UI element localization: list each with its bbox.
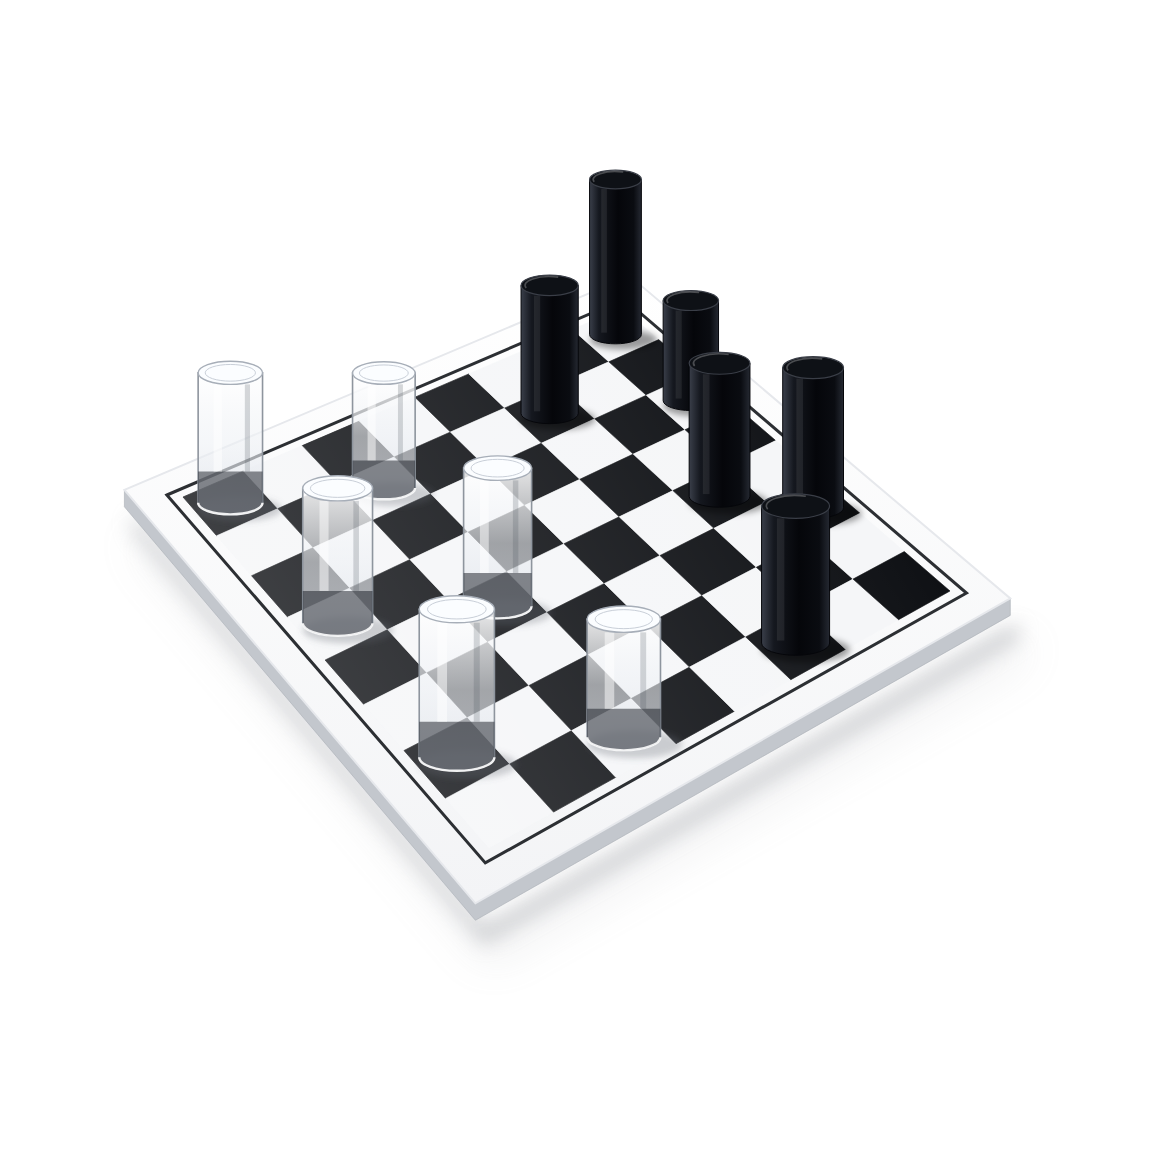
gloss-highlight [601,189,607,333]
glass-shade [398,384,403,460]
gloss-highlight [534,296,540,412]
glass-highlight [437,623,447,722]
piece-top [762,494,830,518]
glass-highlight [480,480,489,573]
glass-highlight [605,632,615,708]
board-svg [0,0,1170,1170]
gloss-highlight [676,311,682,399]
refraction-band [198,472,262,515]
glass-highlight [319,501,328,591]
piece-top [663,291,718,311]
refraction-band [419,722,494,771]
piece-body [590,180,642,344]
glass-shade [353,501,359,591]
glass-shade [640,632,646,708]
piece-top [783,357,844,379]
product-photo-scene [0,0,1170,1170]
piece-body [689,363,750,507]
glass-highlight [368,384,376,460]
glass-highlight [214,384,222,471]
gloss-highlight [703,374,710,494]
glass-shade [245,384,250,471]
piece-top [689,352,750,374]
piece-top [590,170,642,189]
piece-body [762,506,830,655]
refraction-band [303,591,373,636]
refraction-band [587,709,660,751]
piece-top [521,275,578,296]
piece-body [521,285,578,423]
gloss-highlight [777,518,784,640]
glass-shade [474,623,480,722]
gloss-highlight [796,379,803,506]
glass-shade [513,480,518,573]
